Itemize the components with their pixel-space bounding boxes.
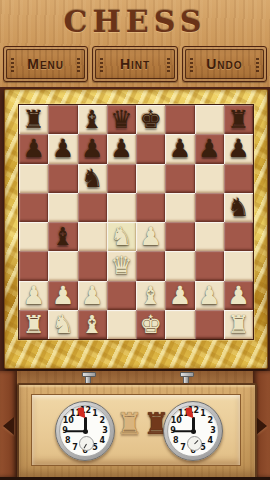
square-b2[interactable]: ♟ xyxy=(48,281,77,310)
square-c3[interactable] xyxy=(78,251,107,280)
second-hand xyxy=(194,440,198,444)
black-rook: ♜ xyxy=(227,107,249,132)
white-rook: ♜ xyxy=(22,312,44,337)
square-d6[interactable] xyxy=(107,164,136,193)
square-e2[interactable]: ♝ xyxy=(136,281,165,310)
black-bishop: ♝ xyxy=(52,224,74,249)
square-a5[interactable] xyxy=(19,193,48,222)
square-b4[interactable]: ♝ xyxy=(48,222,77,251)
square-a4[interactable] xyxy=(19,222,48,251)
black-rook: ♜ xyxy=(22,107,44,132)
toolbar: Menu Hint Undo xyxy=(3,46,267,82)
square-g7[interactable]: ♟ xyxy=(195,134,224,163)
white-pawn: ♟ xyxy=(169,283,191,308)
white-pawn: ♟ xyxy=(227,283,249,308)
menu-button-label: Menu xyxy=(4,47,87,81)
square-g1[interactable] xyxy=(195,310,224,339)
square-b5[interactable] xyxy=(48,193,77,222)
hint-button-label: Hint xyxy=(93,47,176,81)
square-a7[interactable]: ♟ xyxy=(19,134,48,163)
black-pawn: ♟ xyxy=(227,136,249,161)
black-knight: ♞ xyxy=(227,195,249,220)
white-clock-face: 121234567891011 xyxy=(59,405,111,457)
black-clock: 121234567891011 xyxy=(163,401,223,461)
black-knight: ♞ xyxy=(81,166,103,191)
square-e8[interactable]: ♚ xyxy=(136,105,165,134)
square-h1[interactable]: ♜ xyxy=(224,310,253,339)
square-f6[interactable] xyxy=(165,164,194,193)
square-g8[interactable] xyxy=(195,105,224,134)
square-c5[interactable] xyxy=(78,193,107,222)
square-c1[interactable]: ♝ xyxy=(78,310,107,339)
clock-number-3: 3 xyxy=(100,426,110,436)
square-c6[interactable]: ♞ xyxy=(78,164,107,193)
square-b1[interactable]: ♞ xyxy=(48,310,77,339)
square-g2[interactable]: ♟ xyxy=(195,281,224,310)
white-knight: ♞ xyxy=(110,224,132,249)
black-king: ♚ xyxy=(139,107,161,132)
black-pawn: ♟ xyxy=(52,136,74,161)
app-screen: CHESS Menu Hint Undo ♜♝♛♚♜♟♟♟♟♟♟♟♞♞♝♞♟♛♟… xyxy=(0,0,270,480)
seconds-subdial xyxy=(79,436,94,451)
square-b3[interactable] xyxy=(48,251,77,280)
square-a1[interactable]: ♜ xyxy=(19,310,48,339)
square-e1[interactable]: ♚ xyxy=(136,310,165,339)
square-d4[interactable]: ♞ xyxy=(107,222,136,251)
square-d1[interactable] xyxy=(107,310,136,339)
hint-button[interactable]: Hint xyxy=(92,46,177,82)
square-e3[interactable] xyxy=(136,251,165,280)
square-e6[interactable] xyxy=(136,164,165,193)
clock-number-3: 3 xyxy=(208,426,218,436)
square-a3[interactable] xyxy=(19,251,48,280)
black-pawn: ♟ xyxy=(81,136,103,161)
square-a8[interactable]: ♜ xyxy=(19,105,48,134)
white-queen: ♛ xyxy=(110,253,132,278)
white-pawn: ♟ xyxy=(22,283,44,308)
board-area: ♜♝♛♚♜♟♟♟♟♟♟♟♞♞♝♞♟♛♟♟♟♝♟♟♟♜♞♝♚♜ xyxy=(0,87,270,371)
black-clock-face: 121234567891011 xyxy=(167,405,219,457)
square-d7[interactable]: ♟ xyxy=(107,134,136,163)
square-f1[interactable] xyxy=(165,310,194,339)
square-h2[interactable]: ♟ xyxy=(224,281,253,310)
black-pawn: ♟ xyxy=(110,136,132,161)
undo-button[interactable]: Undo xyxy=(182,46,267,82)
square-g4[interactable] xyxy=(195,222,224,251)
square-h3[interactable] xyxy=(224,251,253,280)
clock-center-cap xyxy=(83,429,88,434)
square-c7[interactable]: ♟ xyxy=(78,134,107,163)
board-gold-frame: ♜♝♛♚♜♟♟♟♟♟♟♟♞♞♝♞♟♛♟♟♟♝♟♟♟♜♞♝♚♜ xyxy=(4,89,268,369)
white-pawn: ♟ xyxy=(139,224,161,249)
square-h8[interactable]: ♜ xyxy=(224,105,253,134)
square-g6[interactable] xyxy=(195,164,224,193)
white-pawn: ♟ xyxy=(52,283,74,308)
square-f3[interactable] xyxy=(165,251,194,280)
next-move-arrow-icon[interactable] xyxy=(256,417,267,435)
square-d5[interactable] xyxy=(107,193,136,222)
square-f7[interactable]: ♟ xyxy=(165,134,194,163)
clock-face-panel: 121234567891011 ♜ ♜ 121234567891011 xyxy=(31,394,241,466)
black-bishop: ♝ xyxy=(81,107,103,132)
square-f8[interactable] xyxy=(165,105,194,134)
square-c2[interactable]: ♟ xyxy=(78,281,107,310)
square-d3[interactable]: ♛ xyxy=(107,251,136,280)
clock-center-cap xyxy=(191,429,196,434)
black-pawn: ♟ xyxy=(198,136,220,161)
chess-board: ♜♝♛♚♜♟♟♟♟♟♟♟♞♞♝♞♟♛♟♟♟♝♟♟♟♜♞♝♚♜ xyxy=(18,104,254,340)
white-bishop: ♝ xyxy=(81,312,103,337)
white-king: ♚ xyxy=(139,312,161,337)
turn-indicator: ♜ ♜ xyxy=(116,409,164,439)
square-g3[interactable] xyxy=(195,251,224,280)
seconds-subdial xyxy=(187,436,202,451)
second-hand xyxy=(84,443,87,448)
square-d8[interactable]: ♛ xyxy=(107,105,136,134)
square-g5[interactable] xyxy=(195,193,224,222)
square-c8[interactable]: ♝ xyxy=(78,105,107,134)
prev-move-arrow-icon[interactable] xyxy=(3,417,14,435)
chess-clock: 121234567891011 ♜ ♜ 121234567891011 xyxy=(17,383,257,480)
square-h6[interactable] xyxy=(224,164,253,193)
square-b8[interactable] xyxy=(48,105,77,134)
square-b6[interactable] xyxy=(48,164,77,193)
white-bishop: ♝ xyxy=(139,283,161,308)
clock-number-8: 8 xyxy=(63,436,73,446)
square-h4[interactable] xyxy=(224,222,253,251)
square-b7[interactable]: ♟ xyxy=(48,134,77,163)
white-rook-icon: ♜ xyxy=(116,409,143,439)
square-h7[interactable]: ♟ xyxy=(224,134,253,163)
square-e7[interactable] xyxy=(136,134,165,163)
white-rook: ♜ xyxy=(227,312,249,337)
clock-number-2: 2 xyxy=(97,416,107,426)
white-pawn: ♟ xyxy=(198,283,220,308)
square-e5[interactable] xyxy=(136,193,165,222)
top-bar: CHESS Menu Hint Undo xyxy=(0,0,270,89)
black-queen: ♛ xyxy=(110,107,132,132)
square-d2[interactable] xyxy=(107,281,136,310)
square-h5[interactable]: ♞ xyxy=(224,193,253,222)
clock-number-2: 2 xyxy=(205,416,215,426)
left-rail xyxy=(0,371,17,477)
square-a6[interactable] xyxy=(19,164,48,193)
clock-number-8: 8 xyxy=(171,436,181,446)
white-clock: 121234567891011 xyxy=(55,401,115,461)
white-pawn: ♟ xyxy=(81,283,103,308)
undo-button-label: Undo xyxy=(183,47,266,81)
square-a2[interactable]: ♟ xyxy=(19,281,48,310)
square-c4[interactable] xyxy=(78,222,107,251)
black-pawn: ♟ xyxy=(22,136,44,161)
square-f2[interactable]: ♟ xyxy=(165,281,194,310)
square-e4[interactable]: ♟ xyxy=(136,222,165,251)
black-pawn: ♟ xyxy=(169,136,191,161)
clock-section: 121234567891011 ♜ ♜ 121234567891011 xyxy=(0,371,270,480)
square-f4[interactable] xyxy=(165,222,194,251)
square-f5[interactable] xyxy=(165,193,194,222)
app-title: CHESS xyxy=(0,4,270,39)
white-knight: ♞ xyxy=(52,312,74,337)
menu-button[interactable]: Menu xyxy=(3,46,88,82)
